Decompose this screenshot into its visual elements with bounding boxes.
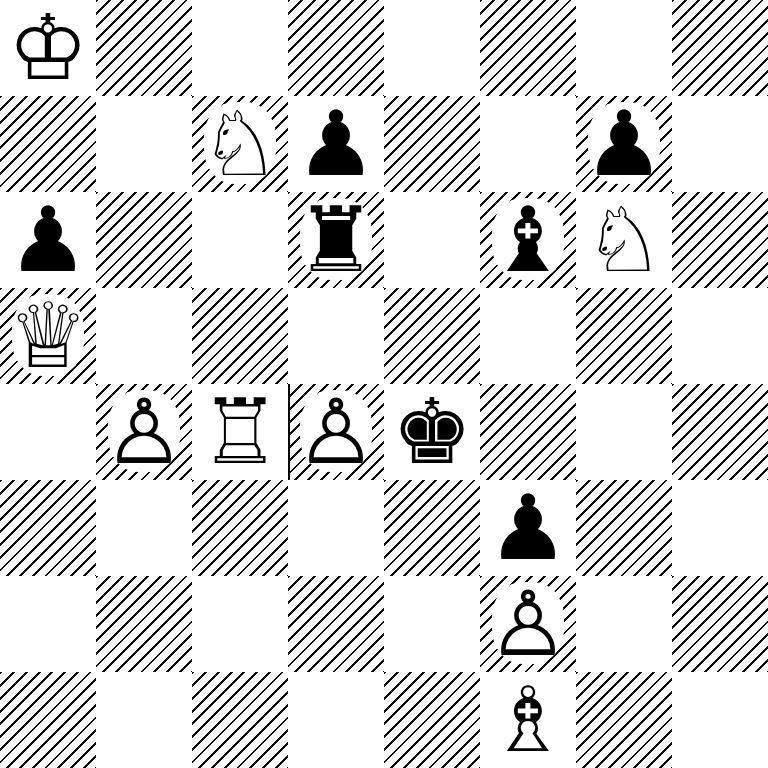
white-pawn: ♙ <box>104 384 185 480</box>
square-a8[interactable]: ♔ <box>0 0 96 96</box>
square-f5[interactable] <box>480 288 576 384</box>
black-king: ♚ <box>392 384 473 480</box>
square-e8[interactable] <box>384 0 480 96</box>
square-g4[interactable] <box>576 384 672 480</box>
black-bishop: ♝ <box>488 192 569 288</box>
white-pawn: ♙ <box>488 576 569 672</box>
square-f7[interactable] <box>480 96 576 192</box>
black-rook: ♜ <box>296 192 377 288</box>
chess-board: ♔♘♟♟♟♜♝♘♕♙♖♙♚♟♙♗ <box>0 0 768 768</box>
square-e3[interactable] <box>384 480 480 576</box>
square-h2[interactable] <box>672 576 768 672</box>
square-e2[interactable] <box>384 576 480 672</box>
square-c7[interactable]: ♘ <box>192 96 288 192</box>
square-b2[interactable] <box>96 576 192 672</box>
black-pawn: ♟ <box>8 192 89 288</box>
square-d3[interactable] <box>288 480 384 576</box>
square-c6[interactable] <box>192 192 288 288</box>
square-f8[interactable] <box>480 0 576 96</box>
square-e1[interactable] <box>384 672 480 768</box>
board-artifact-vertical-line <box>288 384 290 480</box>
square-g3[interactable] <box>576 480 672 576</box>
square-b4[interactable]: ♙ <box>96 384 192 480</box>
white-queen: ♕ <box>8 288 89 384</box>
square-h6[interactable] <box>672 192 768 288</box>
square-c3[interactable] <box>192 480 288 576</box>
square-d8[interactable] <box>288 0 384 96</box>
square-f6[interactable]: ♝ <box>480 192 576 288</box>
square-b6[interactable] <box>96 192 192 288</box>
square-a3[interactable] <box>0 480 96 576</box>
square-c2[interactable] <box>192 576 288 672</box>
square-c4[interactable]: ♖ <box>192 384 288 480</box>
white-rook: ♖ <box>200 384 281 480</box>
square-a5[interactable]: ♕ <box>0 288 96 384</box>
square-a7[interactable] <box>0 96 96 192</box>
square-b8[interactable] <box>96 0 192 96</box>
square-a1[interactable] <box>0 672 96 768</box>
square-g2[interactable] <box>576 576 672 672</box>
white-king: ♔ <box>8 0 89 96</box>
white-pawn: ♙ <box>296 384 377 480</box>
square-e6[interactable] <box>384 192 480 288</box>
square-d5[interactable] <box>288 288 384 384</box>
square-d2[interactable] <box>288 576 384 672</box>
square-f3[interactable]: ♟ <box>480 480 576 576</box>
square-c1[interactable] <box>192 672 288 768</box>
square-a4[interactable] <box>0 384 96 480</box>
square-h8[interactable] <box>672 0 768 96</box>
square-f4[interactable] <box>480 384 576 480</box>
square-d1[interactable] <box>288 672 384 768</box>
square-f2[interactable]: ♙ <box>480 576 576 672</box>
square-h1[interactable] <box>672 672 768 768</box>
square-d6[interactable]: ♜ <box>288 192 384 288</box>
square-a6[interactable]: ♟ <box>0 192 96 288</box>
square-d4[interactable]: ♙ <box>288 384 384 480</box>
square-b3[interactable] <box>96 480 192 576</box>
square-a2[interactable] <box>0 576 96 672</box>
square-c5[interactable] <box>192 288 288 384</box>
square-g5[interactable] <box>576 288 672 384</box>
square-h5[interactable] <box>672 288 768 384</box>
square-f1[interactable]: ♗ <box>480 672 576 768</box>
white-bishop: ♗ <box>488 672 569 768</box>
square-b5[interactable] <box>96 288 192 384</box>
square-b7[interactable] <box>96 96 192 192</box>
square-b1[interactable] <box>96 672 192 768</box>
square-g6[interactable]: ♘ <box>576 192 672 288</box>
square-d7[interactable]: ♟ <box>288 96 384 192</box>
square-g1[interactable] <box>576 672 672 768</box>
white-knight: ♘ <box>200 96 281 192</box>
square-c8[interactable] <box>192 0 288 96</box>
square-e7[interactable] <box>384 96 480 192</box>
black-pawn: ♟ <box>296 96 377 192</box>
square-e5[interactable] <box>384 288 480 384</box>
square-g8[interactable] <box>576 0 672 96</box>
square-h7[interactable] <box>672 96 768 192</box>
black-pawn: ♟ <box>488 480 569 576</box>
black-pawn: ♟ <box>584 96 665 192</box>
square-h3[interactable] <box>672 480 768 576</box>
white-knight: ♘ <box>584 192 665 288</box>
square-h4[interactable] <box>672 384 768 480</box>
square-g7[interactable]: ♟ <box>576 96 672 192</box>
square-e4[interactable]: ♚ <box>384 384 480 480</box>
